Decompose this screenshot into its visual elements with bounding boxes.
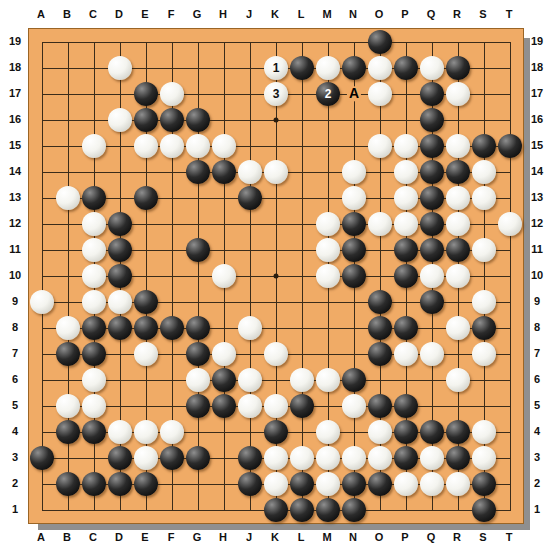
- grid-line-horizontal: [42, 380, 511, 381]
- stone-K5-white: [264, 394, 288, 418]
- coord-label-left-1: 1: [12, 503, 18, 515]
- stone-H6-black: [212, 368, 236, 392]
- stone-D8-black: [108, 316, 132, 340]
- coord-label-right-12: 12: [531, 217, 543, 229]
- stone-P12-white: [394, 212, 418, 236]
- stone-P5-black: [394, 394, 418, 418]
- stone-K14-white: [264, 160, 288, 184]
- stone-Q18-white: [420, 56, 444, 80]
- stone-B7-black: [56, 342, 80, 366]
- stone-G14-black: [186, 160, 210, 184]
- stone-H15-white: [212, 134, 236, 158]
- coord-label-right-6: 6: [534, 373, 540, 385]
- coord-label-left-5: 5: [12, 399, 18, 411]
- coord-label-bottom-B: B: [63, 531, 71, 543]
- stone-S3-white: [472, 446, 496, 470]
- coord-label-bottom-M: M: [322, 531, 331, 543]
- stone-Q15-black: [420, 134, 444, 158]
- star-point-K16: [274, 118, 279, 123]
- stone-J8-white: [238, 316, 262, 340]
- stone-E7-white: [134, 342, 158, 366]
- coord-label-right-8: 8: [534, 321, 540, 333]
- stone-L6-white: [290, 368, 314, 392]
- stone-M10-white: [316, 264, 340, 288]
- stone-R14-black: [446, 160, 470, 184]
- coord-label-right-1: 1: [534, 503, 540, 515]
- coord-label-left-13: 13: [9, 191, 21, 203]
- stone-Q16-black: [420, 108, 444, 132]
- stone-E2-black: [134, 472, 158, 496]
- stone-E8-black: [134, 316, 158, 340]
- stone-G15-white: [186, 134, 210, 158]
- stone-A3-black: [30, 446, 54, 470]
- stone-C10-white: [82, 264, 106, 288]
- stone-R10-white: [446, 264, 470, 288]
- coord-label-bottom-T: T: [506, 531, 513, 543]
- stone-K17-white: 3: [264, 82, 288, 106]
- coord-label-bottom-E: E: [141, 531, 148, 543]
- stone-P3-black: [394, 446, 418, 470]
- stone-O7-black: [368, 342, 392, 366]
- stone-L18-black: [290, 56, 314, 80]
- coord-label-left-10: 10: [9, 269, 21, 281]
- stone-O2-black: [368, 472, 392, 496]
- coord-label-left-4: 4: [12, 425, 18, 437]
- stone-E17-black: [134, 82, 158, 106]
- stone-O4-white: [368, 420, 392, 444]
- coord-label-top-C: C: [89, 8, 97, 20]
- coord-label-bottom-S: S: [479, 531, 486, 543]
- coord-label-top-M: M: [322, 8, 331, 20]
- stone-K2-white: [264, 472, 288, 496]
- coord-label-top-H: H: [219, 8, 227, 20]
- stone-E13-black: [134, 186, 158, 210]
- stone-M18-white: [316, 56, 340, 80]
- stone-P14-white: [394, 160, 418, 184]
- stone-N11-black: [342, 238, 366, 262]
- stone-S9-white: [472, 290, 496, 314]
- stone-C13-black: [82, 186, 106, 210]
- stone-S13-white: [472, 186, 496, 210]
- stone-Q12-black: [420, 212, 444, 236]
- stone-H10-white: [212, 264, 236, 288]
- stone-J3-black: [238, 446, 262, 470]
- stone-J14-white: [238, 160, 262, 184]
- stone-S4-white: [472, 420, 496, 444]
- stone-C6-white: [82, 368, 106, 392]
- coord-label-right-14: 14: [531, 165, 543, 177]
- stone-Q11-black: [420, 238, 444, 262]
- stone-N2-black: [342, 472, 366, 496]
- coord-label-top-T: T: [506, 8, 513, 20]
- stone-P18-black: [394, 56, 418, 80]
- stone-L3-white: [290, 446, 314, 470]
- stone-Q2-white: [420, 472, 444, 496]
- coord-label-left-6: 6: [12, 373, 18, 385]
- stone-A9-white: [30, 290, 54, 314]
- stone-E15-white: [134, 134, 158, 158]
- stone-J6-white: [238, 368, 262, 392]
- stone-J5-white: [238, 394, 262, 418]
- stone-B8-white: [56, 316, 80, 340]
- coord-label-bottom-D: D: [115, 531, 123, 543]
- stone-N6-black: [342, 368, 366, 392]
- coord-label-right-7: 7: [534, 347, 540, 359]
- stone-H5-black: [212, 394, 236, 418]
- coord-label-left-11: 11: [9, 243, 21, 255]
- stone-N12-black: [342, 212, 366, 236]
- coord-label-bottom-J: J: [246, 531, 252, 543]
- coord-label-top-L: L: [298, 8, 305, 20]
- stone-E3-white: [134, 446, 158, 470]
- stone-F17-white: [160, 82, 184, 106]
- coord-label-bottom-P: P: [401, 531, 408, 543]
- stone-R6-white: [446, 368, 470, 392]
- stone-N5-white: [342, 394, 366, 418]
- coord-label-bottom-Q: Q: [427, 531, 436, 543]
- stone-Q13-black: [420, 186, 444, 210]
- stone-Q9-black: [420, 290, 444, 314]
- coord-label-top-Q: Q: [427, 8, 436, 20]
- coord-label-bottom-L: L: [298, 531, 305, 543]
- coord-label-top-F: F: [168, 8, 175, 20]
- stone-O3-white: [368, 446, 392, 470]
- coord-label-top-P: P: [401, 8, 408, 20]
- coord-label-right-10: 10: [531, 269, 543, 281]
- annotation-A-N17: A: [347, 86, 361, 101]
- stone-L2-black: [290, 472, 314, 496]
- coord-label-top-K: K: [271, 8, 279, 20]
- stone-B13-white: [56, 186, 80, 210]
- stone-R8-white: [446, 316, 470, 340]
- stone-P8-black: [394, 316, 418, 340]
- stone-Q4-black: [420, 420, 444, 444]
- stone-S1-black: [472, 498, 496, 522]
- coord-label-top-O: O: [375, 8, 384, 20]
- stone-P2-white: [394, 472, 418, 496]
- coord-label-left-8: 8: [12, 321, 18, 333]
- stone-G7-black: [186, 342, 210, 366]
- move-number-2: 2: [325, 88, 332, 100]
- coord-label-top-G: G: [193, 8, 202, 20]
- stone-Q3-white: [420, 446, 444, 470]
- stone-T12-white: [498, 212, 522, 236]
- stone-L5-black: [290, 394, 314, 418]
- grid-line-vertical: [510, 42, 511, 511]
- stone-C4-black: [82, 420, 106, 444]
- coord-label-right-5: 5: [534, 399, 540, 411]
- stone-B4-black: [56, 420, 80, 444]
- coord-label-right-11: 11: [531, 243, 543, 255]
- stone-M3-white: [316, 446, 340, 470]
- coord-label-top-R: R: [453, 8, 461, 20]
- move-number-1: 1: [273, 62, 280, 74]
- stone-D10-black: [108, 264, 132, 288]
- stone-F3-black: [160, 446, 184, 470]
- stone-Q10-white: [420, 264, 444, 288]
- coord-label-bottom-O: O: [375, 531, 384, 543]
- coord-label-left-3: 3: [12, 451, 18, 463]
- stone-R17-white: [446, 82, 470, 106]
- stone-S15-black: [472, 134, 496, 158]
- stone-K3-white: [264, 446, 288, 470]
- coord-label-left-19: 19: [9, 35, 21, 47]
- coord-label-top-N: N: [349, 8, 357, 20]
- stone-G3-black: [186, 446, 210, 470]
- stone-C9-white: [82, 290, 106, 314]
- stone-O5-black: [368, 394, 392, 418]
- stone-Q14-black: [420, 160, 444, 184]
- stone-M6-white: [316, 368, 340, 392]
- stone-S11-white: [472, 238, 496, 262]
- stone-K18-white: 1: [264, 56, 288, 80]
- stone-C2-black: [82, 472, 106, 496]
- stone-F8-black: [160, 316, 184, 340]
- stone-R11-black: [446, 238, 470, 262]
- coord-label-top-J: J: [246, 8, 252, 20]
- coord-label-left-18: 18: [9, 61, 21, 73]
- stone-M4-white: [316, 420, 340, 444]
- coord-label-right-2: 2: [534, 477, 540, 489]
- stone-M17-black: 2: [316, 82, 340, 106]
- star-point-K10: [274, 274, 279, 279]
- coord-label-top-A: A: [37, 8, 45, 20]
- stone-R18-black: [446, 56, 470, 80]
- stone-D2-black: [108, 472, 132, 496]
- stone-F4-white: [160, 420, 184, 444]
- stone-G11-black: [186, 238, 210, 262]
- stone-D16-white: [108, 108, 132, 132]
- coord-label-right-19: 19: [531, 35, 543, 47]
- stone-M2-white: [316, 472, 340, 496]
- stone-E9-black: [134, 290, 158, 314]
- go-board[interactable]: 132A: [28, 28, 524, 524]
- stone-B5-white: [56, 394, 80, 418]
- stone-N1-black: [342, 498, 366, 522]
- stone-B2-black: [56, 472, 80, 496]
- stone-M12-white: [316, 212, 340, 236]
- coord-label-left-14: 14: [9, 165, 21, 177]
- coord-label-left-17: 17: [9, 87, 21, 99]
- stone-O8-black: [368, 316, 392, 340]
- stone-F16-black: [160, 108, 184, 132]
- stone-P11-black: [394, 238, 418, 262]
- stone-O19-black: [368, 30, 392, 54]
- stone-L1-black: [290, 498, 314, 522]
- stone-M11-white: [316, 238, 340, 262]
- stone-R12-white: [446, 212, 470, 236]
- stone-P13-white: [394, 186, 418, 210]
- stone-Q17-black: [420, 82, 444, 106]
- coord-label-bottom-H: H: [219, 531, 227, 543]
- stone-H7-white: [212, 342, 236, 366]
- stone-R4-black: [446, 420, 470, 444]
- stone-C8-black: [82, 316, 106, 340]
- stone-D12-black: [108, 212, 132, 236]
- stone-F15-white: [160, 134, 184, 158]
- stone-G6-white: [186, 368, 210, 392]
- stone-O15-white: [368, 134, 392, 158]
- stone-O12-white: [368, 212, 392, 236]
- stone-K4-black: [264, 420, 288, 444]
- stone-E4-white: [134, 420, 158, 444]
- coord-label-right-15: 15: [531, 139, 543, 151]
- stone-O17-white: [368, 82, 392, 106]
- stone-J2-black: [238, 472, 262, 496]
- coord-label-bottom-C: C: [89, 531, 97, 543]
- coord-label-bottom-K: K: [271, 531, 279, 543]
- stone-R13-white: [446, 186, 470, 210]
- stone-G5-black: [186, 394, 210, 418]
- stone-P15-white: [394, 134, 418, 158]
- stone-C11-white: [82, 238, 106, 262]
- stone-D4-white: [108, 420, 132, 444]
- coord-label-right-9: 9: [534, 295, 540, 307]
- stone-R2-white: [446, 472, 470, 496]
- stone-N18-black: [342, 56, 366, 80]
- stone-J13-black: [238, 186, 262, 210]
- stone-D9-white: [108, 290, 132, 314]
- stone-D18-white: [108, 56, 132, 80]
- stone-R15-white: [446, 134, 470, 158]
- stone-R3-black: [446, 446, 470, 470]
- coord-label-right-4: 4: [534, 425, 540, 437]
- stone-O18-white: [368, 56, 392, 80]
- stone-N10-black: [342, 264, 366, 288]
- coord-label-left-12: 12: [9, 217, 21, 229]
- coord-label-right-18: 18: [531, 61, 543, 73]
- stone-N3-white: [342, 446, 366, 470]
- stone-T15-black: [498, 134, 522, 158]
- coord-label-right-13: 13: [531, 191, 543, 203]
- coord-label-bottom-A: A: [37, 531, 45, 543]
- coord-label-right-17: 17: [531, 87, 543, 99]
- stone-M1-black: [316, 498, 340, 522]
- stone-K1-black: [264, 498, 288, 522]
- stone-S7-white: [472, 342, 496, 366]
- stone-G8-black: [186, 316, 210, 340]
- stone-P4-black: [394, 420, 418, 444]
- stone-K7-white: [264, 342, 288, 366]
- coord-label-left-16: 16: [9, 113, 21, 125]
- stone-S14-white: [472, 160, 496, 184]
- stone-E16-black: [134, 108, 158, 132]
- stone-S2-black: [472, 472, 496, 496]
- go-diagram-page: 132A AABBCCDDEEFFGGHHJJKKLLMMNNOOPPQQRRS…: [0, 0, 550, 550]
- stone-C7-black: [82, 342, 106, 366]
- coord-label-top-D: D: [115, 8, 123, 20]
- coord-label-bottom-F: F: [168, 531, 175, 543]
- stone-H14-black: [212, 160, 236, 184]
- coord-label-top-S: S: [479, 8, 486, 20]
- stone-C5-white: [82, 394, 106, 418]
- stone-O9-black: [368, 290, 392, 314]
- stone-Q7-white: [420, 342, 444, 366]
- stone-D3-black: [108, 446, 132, 470]
- coord-label-bottom-G: G: [193, 531, 202, 543]
- coord-label-left-7: 7: [12, 347, 18, 359]
- coord-label-top-B: B: [63, 8, 71, 20]
- grid-line-vertical: [302, 42, 303, 511]
- coord-label-top-E: E: [141, 8, 148, 20]
- coord-label-bottom-N: N: [349, 531, 357, 543]
- stone-S8-black: [472, 316, 496, 340]
- coord-label-left-2: 2: [12, 477, 18, 489]
- coord-label-left-15: 15: [9, 139, 21, 151]
- stone-N13-white: [342, 186, 366, 210]
- coord-label-right-16: 16: [531, 113, 543, 125]
- stone-P7-white: [394, 342, 418, 366]
- coord-label-bottom-R: R: [453, 531, 461, 543]
- stone-G16-black: [186, 108, 210, 132]
- stone-P10-black: [394, 264, 418, 288]
- stone-C12-white: [82, 212, 106, 236]
- move-number-3: 3: [273, 88, 280, 100]
- stone-C15-white: [82, 134, 106, 158]
- stone-D11-black: [108, 238, 132, 262]
- stone-N14-white: [342, 160, 366, 184]
- coord-label-left-9: 9: [12, 295, 18, 307]
- coord-label-right-3: 3: [534, 451, 540, 463]
